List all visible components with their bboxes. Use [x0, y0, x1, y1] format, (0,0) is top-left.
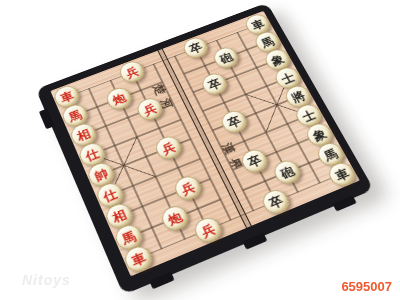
piece-character: 兵	[179, 180, 197, 196]
product-code: 6595007	[341, 279, 392, 294]
watermark: Nitoys	[22, 272, 71, 288]
piece-character: 仕	[101, 187, 118, 203]
piece-character: 兵	[124, 65, 140, 79]
piece-character: 卒	[187, 41, 203, 55]
board-frame: 楚河 漢界 車馬相仕帥仕相馬車炮炮兵兵兵兵兵卒卒卒卒卒砲砲車馬象士將士象馬車	[36, 3, 374, 295]
piece-character: 車	[59, 89, 75, 104]
piece-character: 馬	[67, 108, 84, 123]
piece-character: 車	[250, 18, 266, 32]
piece-character: 車	[333, 166, 351, 182]
board-foot	[39, 109, 55, 130]
piece-character: 相	[111, 208, 129, 225]
piece-character: 炮	[166, 210, 184, 227]
board-foot	[332, 195, 357, 211]
board-foot	[149, 272, 174, 290]
board-scene: 楚河 漢界 車馬相仕帥仕相馬車炮炮兵兵兵兵兵卒卒卒卒卒砲砲車馬象士將士象馬車	[36, 3, 374, 295]
piece-character: 兵	[142, 102, 159, 117]
piece-character: 卒	[226, 114, 243, 129]
piece-character: 車	[129, 250, 147, 267]
piece-character: 卒	[206, 77, 223, 91]
piece-character: 兵	[199, 222, 217, 239]
piece-character: 馬	[259, 35, 276, 49]
piece-character: 卒	[246, 153, 264, 169]
piece-character: 相	[75, 127, 92, 142]
piece-character: 炮	[111, 91, 128, 106]
piece-character: 象	[269, 53, 286, 67]
piece-character: 兵	[160, 140, 177, 155]
product-photo: 楚河 漢界 車馬相仕帥仕相馬車炮炮兵兵兵兵兵卒卒卒卒卒砲砲車馬象士將士象馬車 N…	[0, 0, 400, 300]
piece-character: 士	[300, 108, 317, 123]
piece-character: 士	[279, 71, 296, 85]
board-surface: 楚河 漢界 車馬相仕帥仕相馬車炮炮兵兵兵兵兵卒卒卒卒卒砲砲車馬象士將士象馬車	[50, 11, 359, 276]
piece-character: 卒	[267, 194, 285, 210]
board-foot	[242, 233, 267, 250]
piece-character: 象	[311, 127, 328, 142]
piece-character: 馬	[322, 147, 340, 163]
piece-character: 砲	[278, 164, 296, 180]
piece-character: 砲	[218, 51, 235, 65]
piece-character: 帥	[93, 167, 110, 183]
piece-character: 將	[290, 89, 307, 104]
piece-character: 仕	[84, 147, 101, 163]
piece-character: 馬	[120, 229, 138, 246]
